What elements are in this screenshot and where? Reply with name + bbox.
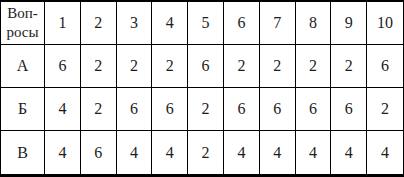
value-cell-b6: 6 (224, 88, 260, 131)
row-label-a: А (1, 45, 45, 88)
column-header-3: 3 (117, 2, 153, 45)
value-cell-v7: 4 (260, 131, 296, 174)
column-header-6: 6 (224, 2, 260, 45)
value-cell-a6: 2 (224, 45, 260, 88)
value-cell-v10: 4 (367, 131, 403, 174)
value-cell-a1: 6 (45, 45, 81, 88)
value-cell-a7: 2 (260, 45, 296, 88)
column-header-2: 2 (81, 2, 117, 45)
value-cell-v5: 2 (188, 131, 224, 174)
value-cell-b5: 2 (188, 88, 224, 131)
value-cell-v9: 4 (331, 131, 367, 174)
value-cell-v1: 4 (45, 131, 81, 174)
corner-header-line1: Воп- (7, 4, 38, 24)
column-header-8: 8 (296, 2, 332, 45)
value-cell-b7: 6 (260, 88, 296, 131)
value-cell-v6: 4 (224, 131, 260, 174)
value-cell-b10: 2 (367, 88, 403, 131)
value-cell-v4: 4 (152, 131, 188, 174)
value-cell-b2: 2 (81, 88, 117, 131)
value-cell-a9: 2 (331, 45, 367, 88)
column-header-7: 7 (260, 2, 296, 45)
row-label-v: В (1, 131, 45, 174)
corner-header-line2: росы (6, 23, 38, 43)
value-cell-a2: 2 (81, 45, 117, 88)
column-header-9: 9 (331, 2, 367, 45)
value-cell-v8: 4 (296, 131, 332, 174)
value-cell-a10: 6 (367, 45, 403, 88)
value-cell-b8: 6 (296, 88, 332, 131)
answer-score-table: Воп- росы 1 2 3 4 5 6 7 8 9 10 А 6 2 2 2… (0, 0, 404, 177)
value-cell-b3: 6 (117, 88, 153, 131)
column-header-5: 5 (188, 2, 224, 45)
value-cell-a8: 2 (296, 45, 332, 88)
row-label-b: Б (1, 88, 45, 131)
column-header-1: 1 (45, 2, 81, 45)
value-cell-v3: 4 (117, 131, 153, 174)
value-cell-a5: 6 (188, 45, 224, 88)
value-cell-b9: 6 (331, 88, 367, 131)
column-header-10: 10 (367, 2, 403, 45)
value-cell-b4: 6 (152, 88, 188, 131)
value-cell-a4: 2 (152, 45, 188, 88)
value-cell-b1: 4 (45, 88, 81, 131)
value-cell-a3: 2 (117, 45, 153, 88)
value-cell-v2: 6 (81, 131, 117, 174)
corner-header-cell: Воп- росы (1, 2, 45, 45)
column-header-4: 4 (152, 2, 188, 45)
